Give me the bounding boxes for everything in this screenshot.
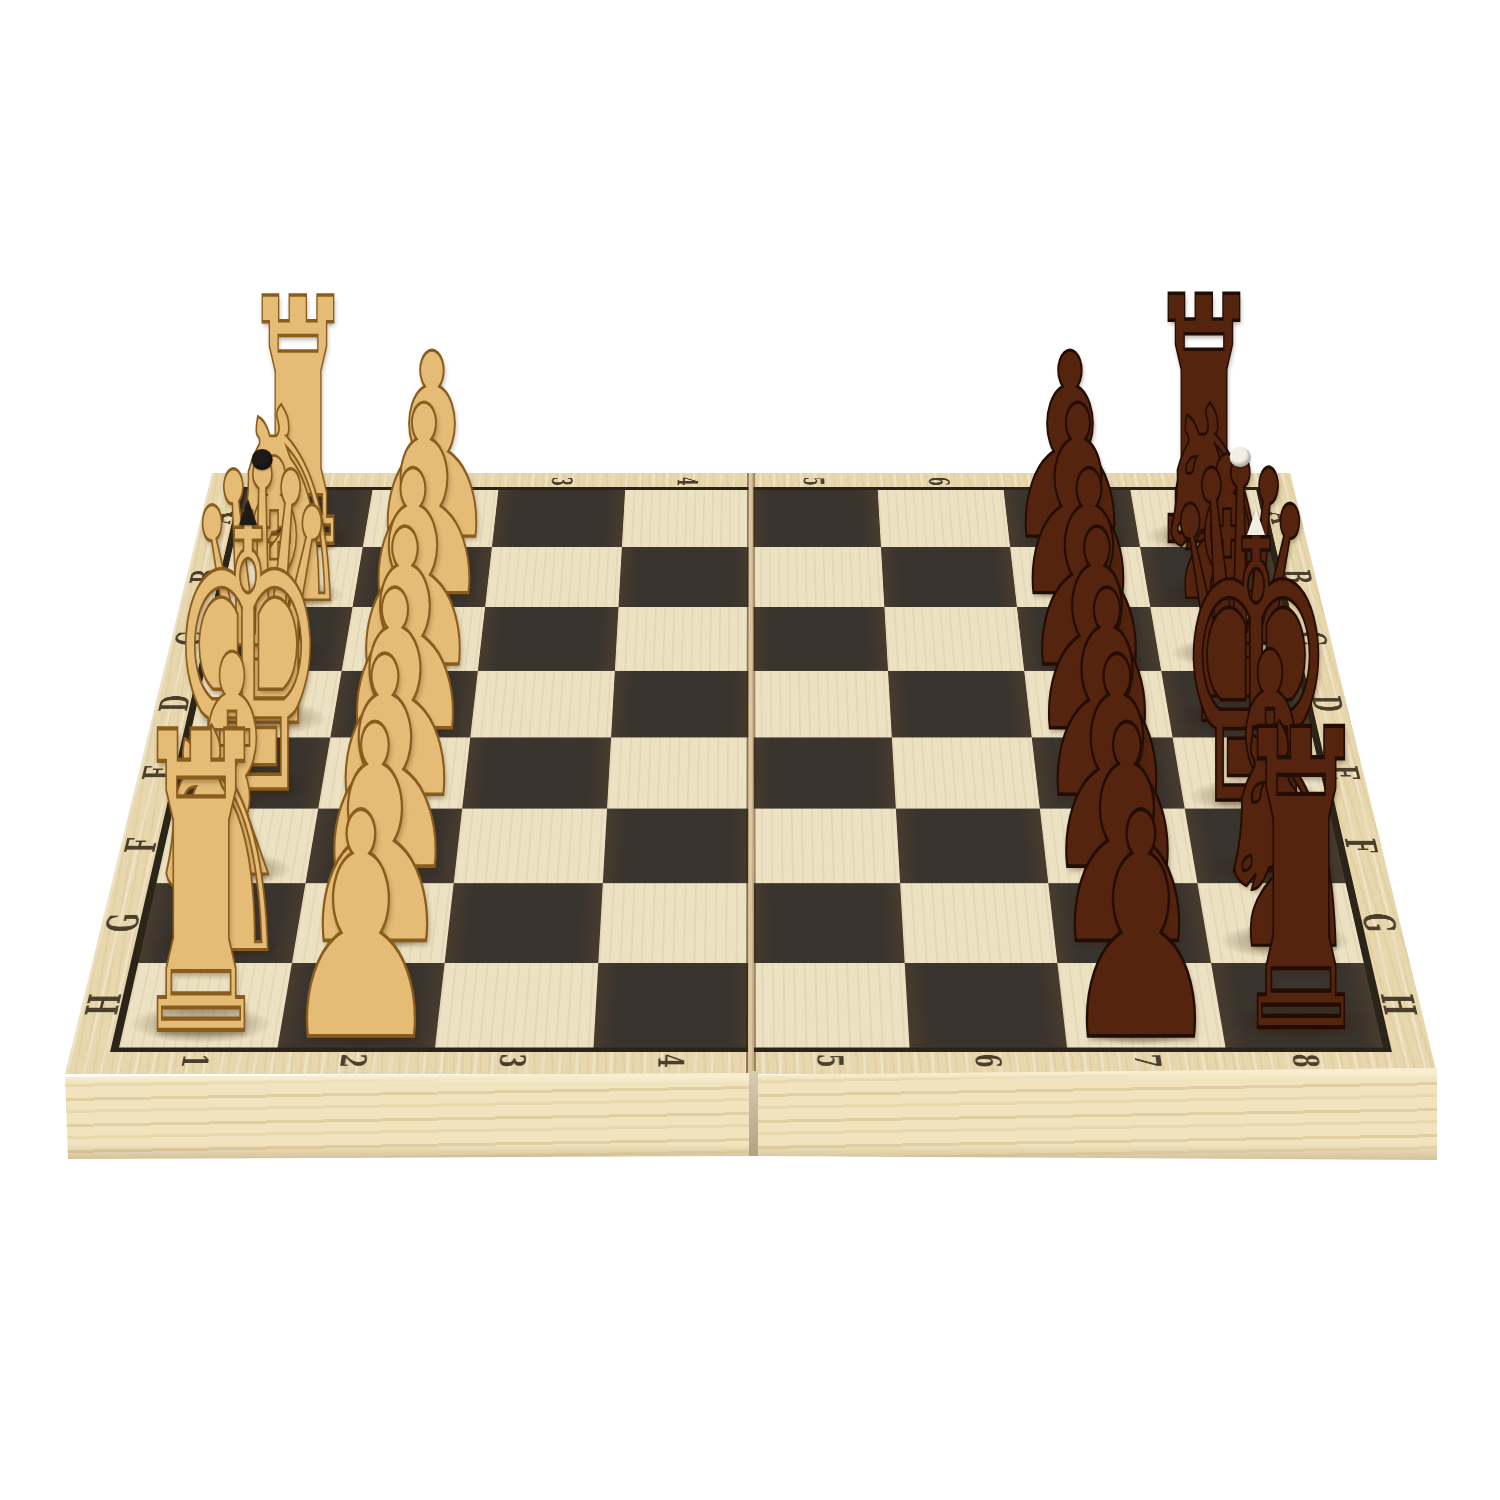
pawn-glyph: ♟ (280, 774, 442, 1085)
pieces-layer: ♜♟♟♜♞♟♟♞♝♟♟♝♛♟♟♛♚♟♟♚♝♟♟♝♞♟♟♞♜♟♟♜ (0, 0, 1500, 1500)
rook-glyph: ♜ (132, 681, 270, 1094)
chess-set-photo: AABBCCDDEEFFGGHH1122334455667788 ♜♟♟♜♞♟♟… (0, 0, 1500, 1500)
king-cone-finial (1247, 509, 1265, 535)
rook-glyph: ♜ (1232, 678, 1370, 1090)
king-cone-finial (239, 499, 257, 525)
